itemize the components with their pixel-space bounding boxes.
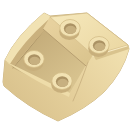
stud <box>51 73 72 93</box>
lego-brick-render <box>0 0 135 135</box>
stud <box>23 51 44 71</box>
product-image-canvas <box>0 0 135 135</box>
stud <box>88 37 109 57</box>
stud <box>59 20 80 40</box>
